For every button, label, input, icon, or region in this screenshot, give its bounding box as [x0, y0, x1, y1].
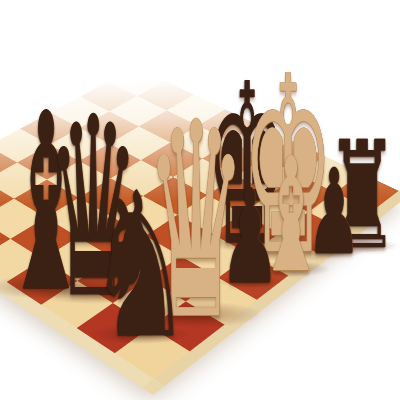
chess-set-photo: ♝♛♞♛♚♟♚♝♟♜: [0, 0, 400, 400]
chess-board: [0, 67, 399, 379]
black-rook-shadow: [325, 239, 399, 254]
